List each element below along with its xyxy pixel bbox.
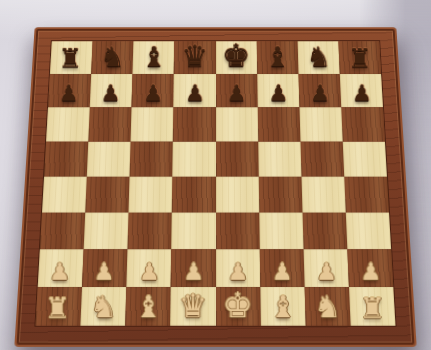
square-e7: ♟ xyxy=(216,74,258,107)
square-a6 xyxy=(46,107,90,141)
square-a8: ♜ xyxy=(50,41,93,74)
square-g7: ♟ xyxy=(298,74,341,107)
square-g8: ♞ xyxy=(297,41,339,74)
square-h6 xyxy=(341,107,385,141)
black-bishop-f8: ♝ xyxy=(265,43,290,74)
square-c1: ♝ xyxy=(125,287,171,326)
square-g1: ♞ xyxy=(304,287,350,326)
white-pawn-d2: ♟ xyxy=(183,260,204,287)
square-f1: ♝ xyxy=(260,287,306,326)
board-scene: ♜♞♝♛♚♝♞♜♟♟♟♟♟♟♟♟♟♟♟♟♟♟♟♟♜♞♝♛♚♝♞♜ xyxy=(24,12,407,344)
white-rook-h1: ♜ xyxy=(360,294,385,325)
square-b8: ♞ xyxy=(91,41,133,74)
black-bishop-c8: ♝ xyxy=(141,43,166,74)
square-c2: ♟ xyxy=(127,249,172,287)
square-d3 xyxy=(172,213,216,250)
square-c5 xyxy=(130,142,173,177)
black-queen-d8: ♛ xyxy=(181,41,208,74)
chess-board-frame: ♜♞♝♛♚♝♞♜♟♟♟♟♟♟♟♟♟♟♟♟♟♟♟♟♜♞♝♛♚♝♞♜ xyxy=(14,27,416,347)
square-f5 xyxy=(258,142,301,177)
square-e2: ♟ xyxy=(216,249,260,287)
white-knight-g1: ♞ xyxy=(314,292,341,325)
square-d6 xyxy=(173,107,215,141)
white-pawn-c2: ♟ xyxy=(138,260,159,287)
square-a2: ♟ xyxy=(38,249,84,287)
square-b2: ♟ xyxy=(82,249,128,287)
square-f6 xyxy=(257,107,300,141)
square-g6 xyxy=(299,107,342,141)
square-b5 xyxy=(87,142,131,177)
white-bishop-c1: ♝ xyxy=(134,292,161,325)
black-knight-b8: ♞ xyxy=(100,43,125,74)
square-f8: ♝ xyxy=(256,41,298,74)
white-pawn-b2: ♟ xyxy=(94,260,115,287)
square-c4 xyxy=(129,177,173,213)
black-rook-h8: ♜ xyxy=(349,45,372,74)
square-h5 xyxy=(343,142,387,177)
board-grid: ♜♞♝♛♚♝♞♜♟♟♟♟♟♟♟♟♟♟♟♟♟♟♟♟♜♞♝♛♚♝♞♜ xyxy=(34,40,396,326)
black-pawn-c7: ♟ xyxy=(143,82,163,107)
square-f3 xyxy=(259,213,303,250)
black-pawn-g7: ♟ xyxy=(310,82,330,107)
white-knight-b1: ♞ xyxy=(90,292,117,325)
square-d1: ♛ xyxy=(170,287,215,326)
square-d8: ♛ xyxy=(174,41,215,74)
square-g5 xyxy=(300,142,344,177)
black-pawn-f7: ♟ xyxy=(268,82,288,107)
square-b6 xyxy=(88,107,131,141)
black-pawn-a7: ♟ xyxy=(59,82,79,107)
photo-canvas: ♜♞♝♛♚♝♞♜♟♟♟♟♟♟♟♟♟♟♟♟♟♟♟♟♜♞♝♛♚♝♞♜ xyxy=(0,0,431,350)
black-king-e8: ♚ xyxy=(222,40,250,75)
square-e4 xyxy=(216,177,259,213)
white-pawn-g2: ♟ xyxy=(316,260,337,287)
square-b1: ♞ xyxy=(80,287,126,326)
square-b7: ♟ xyxy=(90,74,133,107)
white-pawn-e2: ♟ xyxy=(227,260,248,287)
square-d2: ♟ xyxy=(171,249,215,287)
square-e5 xyxy=(216,142,259,177)
square-e1: ♚ xyxy=(216,287,261,326)
white-pawn-a2: ♟ xyxy=(49,260,70,287)
square-h2: ♟ xyxy=(347,249,393,287)
square-a3 xyxy=(40,213,85,250)
square-h3 xyxy=(346,213,391,250)
square-e8: ♚ xyxy=(216,41,257,74)
square-h4 xyxy=(344,177,389,213)
white-pawn-h2: ♟ xyxy=(360,260,381,287)
white-queen-d1: ♛ xyxy=(179,290,208,325)
square-g2: ♟ xyxy=(303,249,349,287)
square-h1: ♜ xyxy=(349,287,396,326)
square-a7: ♟ xyxy=(48,74,91,107)
square-g4 xyxy=(301,177,345,213)
square-h8: ♜ xyxy=(338,41,381,74)
square-d4 xyxy=(172,177,215,213)
white-pawn-f2: ♟ xyxy=(272,260,293,287)
square-f7: ♟ xyxy=(257,74,299,107)
square-d5 xyxy=(173,142,216,177)
black-pawn-e7: ♟ xyxy=(226,82,246,107)
square-e3 xyxy=(216,213,260,250)
black-rook-a8: ♜ xyxy=(59,45,82,74)
black-knight-g8: ♞ xyxy=(306,43,331,74)
square-e6 xyxy=(216,107,258,141)
square-a1: ♜ xyxy=(35,287,82,326)
black-pawn-h7: ♟ xyxy=(352,82,372,107)
square-a5 xyxy=(44,142,88,177)
square-h7: ♟ xyxy=(340,74,383,107)
square-d7: ♟ xyxy=(174,74,216,107)
white-king-e1: ♚ xyxy=(223,288,254,326)
square-a4 xyxy=(42,177,87,213)
white-bishop-f1: ♝ xyxy=(269,292,296,325)
white-rook-a1: ♜ xyxy=(45,294,70,325)
square-c3 xyxy=(128,213,172,250)
square-f2: ♟ xyxy=(259,249,304,287)
black-pawn-b7: ♟ xyxy=(101,82,121,107)
square-c6 xyxy=(131,107,174,141)
square-c7: ♟ xyxy=(132,74,174,107)
square-f4 xyxy=(258,177,302,213)
square-b3 xyxy=(84,213,129,250)
black-pawn-d7: ♟ xyxy=(185,82,205,107)
square-g3 xyxy=(302,213,347,250)
square-c8: ♝ xyxy=(133,41,175,74)
square-b4 xyxy=(85,177,129,213)
